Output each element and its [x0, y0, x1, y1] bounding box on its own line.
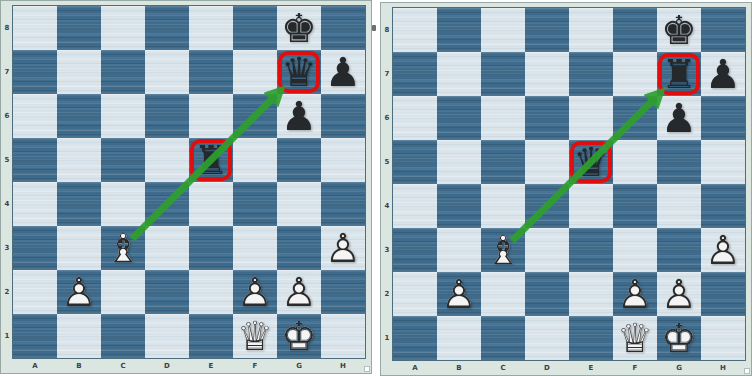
- square-h4[interactable]: [701, 184, 745, 228]
- square-b8[interactable]: [57, 6, 101, 50]
- square-a5[interactable]: [13, 138, 57, 182]
- square-h6[interactable]: [321, 94, 365, 138]
- white-king[interactable]: ♚♔: [277, 314, 321, 358]
- square-h2[interactable]: [321, 270, 365, 314]
- black-pawn[interactable]: ♟: [277, 94, 321, 138]
- white-pawn[interactable]: ♟♙: [57, 270, 101, 314]
- rank-label-4: 4: [1, 182, 13, 226]
- square-a1[interactable]: [393, 316, 437, 360]
- square-h7[interactable]: ♟: [321, 50, 365, 94]
- square-f5[interactable]: [233, 138, 277, 182]
- square-c7[interactable]: [481, 52, 525, 96]
- white-pawn[interactable]: ♟♙: [657, 272, 701, 316]
- file-label-g: G: [657, 360, 701, 375]
- square-c3[interactable]: ♝♗: [481, 228, 525, 272]
- square-c3[interactable]: ♝♗: [101, 226, 145, 270]
- square-c6[interactable]: [101, 94, 145, 138]
- piece-outline: ♙: [657, 272, 701, 316]
- square-f1[interactable]: ♛♕: [613, 316, 657, 360]
- square-a4[interactable]: [393, 184, 437, 228]
- splitter-dot[interactable]: [372, 25, 376, 31]
- square-g4[interactable]: [277, 182, 321, 226]
- square-e1[interactable]: [569, 316, 613, 360]
- black-queen[interactable]: ♛: [569, 140, 613, 184]
- square-c4[interactable]: [101, 182, 145, 226]
- square-c5[interactable]: [101, 138, 145, 182]
- rank-label-3: 3: [381, 228, 393, 272]
- square-a6[interactable]: [13, 94, 57, 138]
- white-queen[interactable]: ♛♕: [613, 316, 657, 360]
- white-king[interactable]: ♚♔: [657, 316, 701, 360]
- rank-label-2: 2: [1, 270, 13, 314]
- square-g5[interactable]: [657, 140, 701, 184]
- piece-outline: ♙: [57, 270, 101, 314]
- square-h5[interactable]: [701, 140, 745, 184]
- square-e5[interactable]: ♛: [569, 140, 613, 184]
- black-pawn[interactable]: ♟: [701, 52, 745, 96]
- square-f5[interactable]: [613, 140, 657, 184]
- square-d7[interactable]: [525, 52, 569, 96]
- square-b7[interactable]: [57, 50, 101, 94]
- square-g6[interactable]: ♟: [657, 96, 701, 140]
- square-f8[interactable]: [613, 8, 657, 52]
- square-e6[interactable]: [569, 96, 613, 140]
- square-f3[interactable]: [613, 228, 657, 272]
- piece-outline: ♙: [613, 272, 657, 316]
- square-f7[interactable]: [233, 50, 277, 94]
- rank-label-5: 5: [381, 140, 393, 184]
- white-pawn[interactable]: ♟♙: [277, 270, 321, 314]
- square-d8[interactable]: [145, 6, 189, 50]
- square-g8[interactable]: ♚: [277, 6, 321, 50]
- square-c1[interactable]: [101, 314, 145, 358]
- square-e5[interactable]: ♜: [189, 138, 233, 182]
- file-label-h: H: [321, 358, 365, 373]
- square-e8[interactable]: [569, 8, 613, 52]
- square-h1[interactable]: [321, 314, 365, 358]
- square-h3[interactable]: ♟♙: [701, 228, 745, 272]
- square-g7[interactable]: ♜: [657, 52, 701, 96]
- square-g8[interactable]: ♚: [657, 8, 701, 52]
- black-pawn[interactable]: ♟: [321, 50, 365, 94]
- square-c8[interactable]: [101, 6, 145, 50]
- square-f8[interactable]: [233, 6, 277, 50]
- square-c6[interactable]: [481, 96, 525, 140]
- rank-labels-right: 87654321: [381, 8, 393, 360]
- piece-outline: ♕: [233, 314, 277, 358]
- square-c2[interactable]: [101, 270, 145, 314]
- square-b4[interactable]: [437, 184, 481, 228]
- square-b7[interactable]: [437, 52, 481, 96]
- square-a3[interactable]: [13, 226, 57, 270]
- rank-label-7: 7: [1, 50, 13, 94]
- square-f1[interactable]: ♛♕: [233, 314, 277, 358]
- black-rook[interactable]: ♜: [189, 138, 233, 182]
- square-f2[interactable]: ♟♙: [233, 270, 277, 314]
- square-d4[interactable]: [145, 182, 189, 226]
- square-e4[interactable]: [189, 182, 233, 226]
- file-label-a: A: [393, 360, 437, 375]
- file-label-g: G: [277, 358, 321, 373]
- square-h2[interactable]: [701, 272, 745, 316]
- rank-label-7: 7: [381, 52, 393, 96]
- white-pawn[interactable]: ♟♙: [233, 270, 277, 314]
- square-d7[interactable]: [145, 50, 189, 94]
- piece-outline: ♕: [613, 316, 657, 360]
- rank-label-2: 2: [381, 272, 393, 316]
- rank-label-6: 6: [1, 94, 13, 138]
- square-a8[interactable]: [13, 6, 57, 50]
- square-f6[interactable]: [233, 94, 277, 138]
- white-bishop[interactable]: ♝♗: [481, 228, 525, 272]
- square-b2[interactable]: ♟♙: [57, 270, 101, 314]
- rank-label-5: 5: [1, 138, 13, 182]
- white-pawn[interactable]: ♟♙: [321, 226, 365, 270]
- black-queen[interactable]: ♛: [277, 50, 321, 94]
- square-b8[interactable]: [437, 8, 481, 52]
- square-e2[interactable]: [569, 272, 613, 316]
- square-b3[interactable]: [437, 228, 481, 272]
- square-g3[interactable]: [657, 228, 701, 272]
- square-d6[interactable]: [525, 96, 569, 140]
- file-label-f: F: [613, 360, 657, 375]
- square-d3[interactable]: [145, 226, 189, 270]
- square-f6[interactable]: [613, 96, 657, 140]
- square-e1[interactable]: [189, 314, 233, 358]
- rank-label-1: 1: [381, 316, 393, 360]
- piece-outline: ♔: [657, 316, 701, 360]
- square-d1[interactable]: [525, 316, 569, 360]
- square-h7[interactable]: ♟: [701, 52, 745, 96]
- square-d4[interactable]: [525, 184, 569, 228]
- rank-label-1: 1: [1, 314, 13, 358]
- piece-outline: ♗: [481, 228, 525, 272]
- square-a5[interactable]: [393, 140, 437, 184]
- square-h5[interactable]: [321, 138, 365, 182]
- square-b6[interactable]: [57, 94, 101, 138]
- square-c4[interactable]: [481, 184, 525, 228]
- square-d6[interactable]: [145, 94, 189, 138]
- square-a8[interactable]: [393, 8, 437, 52]
- square-g1[interactable]: ♚♔: [657, 316, 701, 360]
- square-a6[interactable]: [393, 96, 437, 140]
- square-e8[interactable]: [189, 6, 233, 50]
- square-c1[interactable]: [481, 316, 525, 360]
- file-label-b: B: [437, 360, 481, 375]
- square-a4[interactable]: [13, 182, 57, 226]
- rank-label-8: 8: [1, 6, 13, 50]
- chess-boards-panel: 87654321 ♚♛♟♟♜♝♗♟♙♟♙♟♙♟♙♛♕♚♔ ABCDEFGH 87…: [0, 0, 752, 376]
- piece-outline: ♗: [101, 226, 145, 270]
- square-d5[interactable]: [525, 140, 569, 184]
- square-d3[interactable]: [525, 228, 569, 272]
- square-d2[interactable]: [145, 270, 189, 314]
- rank-label-4: 4: [381, 184, 393, 228]
- square-a1[interactable]: [13, 314, 57, 358]
- square-e7[interactable]: [569, 52, 613, 96]
- square-b1[interactable]: [437, 316, 481, 360]
- square-d8[interactable]: [525, 8, 569, 52]
- square-e3[interactable]: [569, 228, 613, 272]
- square-b4[interactable]: [57, 182, 101, 226]
- piece-outline: ♙: [437, 272, 481, 316]
- square-e2[interactable]: [189, 270, 233, 314]
- square-h6[interactable]: [701, 96, 745, 140]
- square-h4[interactable]: [321, 182, 365, 226]
- square-b6[interactable]: [437, 96, 481, 140]
- white-pawn[interactable]: ♟♙: [437, 272, 481, 316]
- square-h1[interactable]: [701, 316, 745, 360]
- square-h3[interactable]: ♟♙: [321, 226, 365, 270]
- square-c8[interactable]: [481, 8, 525, 52]
- square-f4[interactable]: [613, 184, 657, 228]
- square-b1[interactable]: [57, 314, 101, 358]
- square-d1[interactable]: [145, 314, 189, 358]
- black-king[interactable]: ♚: [277, 6, 321, 50]
- black-rook[interactable]: ♜: [657, 52, 701, 96]
- square-a2[interactable]: [13, 270, 57, 314]
- piece-outline: ♙: [701, 228, 745, 272]
- file-labels-right: ABCDEFGH: [393, 360, 745, 375]
- rank-label-3: 3: [1, 226, 13, 270]
- square-g1[interactable]: ♚♔: [277, 314, 321, 358]
- file-label-e: E: [569, 360, 613, 375]
- square-g7[interactable]: ♛: [277, 50, 321, 94]
- square-e4[interactable]: [569, 184, 613, 228]
- square-a2[interactable]: [393, 272, 437, 316]
- black-king[interactable]: ♚: [657, 8, 701, 52]
- chess-board-right: 87654321 ♚♜♟♟♛♝♗♟♙♟♙♟♙♟♙♛♕♚♔ ABCDEFGH: [380, 2, 752, 376]
- white-pawn[interactable]: ♟♙: [701, 228, 745, 272]
- file-label-f: F: [233, 358, 277, 373]
- square-a3[interactable]: [393, 228, 437, 272]
- file-label-b: B: [57, 358, 101, 373]
- rank-label-8: 8: [381, 8, 393, 52]
- square-b2[interactable]: ♟♙: [437, 272, 481, 316]
- square-f2[interactable]: ♟♙: [613, 272, 657, 316]
- square-g5[interactable]: [277, 138, 321, 182]
- file-label-e: E: [189, 358, 233, 373]
- file-label-a: A: [13, 358, 57, 373]
- square-h8[interactable]: [321, 6, 365, 50]
- square-c2[interactable]: [481, 272, 525, 316]
- white-pawn[interactable]: ♟♙: [613, 272, 657, 316]
- square-e3[interactable]: [189, 226, 233, 270]
- piece-outline: ♙: [321, 226, 365, 270]
- piece-outline: ♙: [277, 270, 321, 314]
- white-bishop[interactable]: ♝♗: [101, 226, 145, 270]
- file-label-c: C: [101, 358, 145, 373]
- square-e6[interactable]: [189, 94, 233, 138]
- square-g4[interactable]: [657, 184, 701, 228]
- square-g6[interactable]: ♟: [277, 94, 321, 138]
- square-f3[interactable]: [233, 226, 277, 270]
- rank-label-6: 6: [381, 96, 393, 140]
- square-a7[interactable]: [393, 52, 437, 96]
- square-e7[interactable]: [189, 50, 233, 94]
- white-queen[interactable]: ♛♕: [233, 314, 277, 358]
- square-b5[interactable]: [57, 138, 101, 182]
- resize-handle-icon[interactable]: [364, 366, 370, 372]
- square-g2[interactable]: ♟♙: [657, 272, 701, 316]
- square-f4[interactable]: [233, 182, 277, 226]
- squares-left: ♚♛♟♟♜♝♗♟♙♟♙♟♙♟♙♛♕♚♔: [13, 6, 365, 358]
- squares-right: ♚♜♟♟♛♝♗♟♙♟♙♟♙♟♙♛♕♚♔: [393, 8, 745, 360]
- square-g3[interactable]: [277, 226, 321, 270]
- file-label-d: D: [525, 360, 569, 375]
- file-label-h: H: [701, 360, 745, 375]
- file-label-d: D: [145, 358, 189, 373]
- square-b3[interactable]: [57, 226, 101, 270]
- square-b5[interactable]: [437, 140, 481, 184]
- square-g2[interactable]: ♟♙: [277, 270, 321, 314]
- square-d5[interactable]: [145, 138, 189, 182]
- square-c5[interactable]: [481, 140, 525, 184]
- piece-outline: ♙: [233, 270, 277, 314]
- file-labels-left: ABCDEFGH: [13, 358, 365, 373]
- square-f7[interactable]: [613, 52, 657, 96]
- piece-outline: ♔: [277, 314, 321, 358]
- square-d2[interactable]: [525, 272, 569, 316]
- rank-labels-left: 87654321: [1, 6, 13, 358]
- resize-handle-icon[interactable]: [744, 368, 750, 374]
- file-label-c: C: [481, 360, 525, 375]
- chess-board-left: 87654321 ♚♛♟♟♜♝♗♟♙♟♙♟♙♟♙♛♕♚♔ ABCDEFGH: [0, 0, 372, 374]
- square-c7[interactable]: [101, 50, 145, 94]
- black-pawn[interactable]: ♟: [657, 96, 701, 140]
- square-h8[interactable]: [701, 8, 745, 52]
- square-a7[interactable]: [13, 50, 57, 94]
